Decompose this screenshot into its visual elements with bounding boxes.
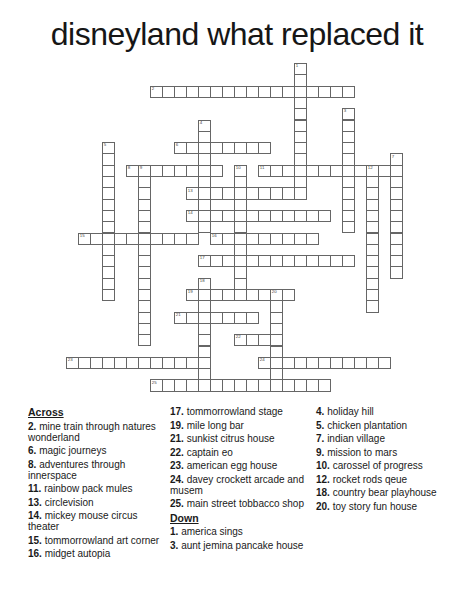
cell-number-14: 14 xyxy=(188,211,193,216)
clues-column-down: 4. holiday hill5. chicken plantation7. i… xyxy=(316,406,468,514)
cell-number-10: 10 xyxy=(236,166,241,171)
clue-16: 16. midget autopia xyxy=(28,548,164,559)
clue-number: 19. xyxy=(170,420,187,431)
clue-9: 9. mission to mars xyxy=(316,447,468,458)
grid-cell-c23-r17[interactable] xyxy=(342,255,355,267)
clue-21: 21. sunkist citrus house xyxy=(170,433,312,444)
clue-1: 1. america sings xyxy=(170,526,312,537)
cell-number-19: 19 xyxy=(188,290,193,295)
clue-19: 19. mile long bar xyxy=(170,420,312,431)
grid-cell-c26-r26[interactable] xyxy=(378,357,391,369)
grid-cell-c12-r9[interactable] xyxy=(210,165,223,177)
clue-number: 18. xyxy=(316,487,333,498)
clue-number: 24. xyxy=(170,474,187,485)
cell-number-16: 16 xyxy=(212,234,217,239)
clue-8: 8. adventures through innerspace xyxy=(28,459,164,481)
clue-5: 5. chicken plantation xyxy=(316,420,468,431)
crossword-page: disneyland what replaced it 123456789101… xyxy=(0,0,474,613)
grid-cell-c21-r13[interactable] xyxy=(318,210,331,222)
clue-number: 22. xyxy=(170,447,187,458)
clue-24: 24. davey crockett arcade and musem xyxy=(170,474,312,496)
cell-number-2: 2 xyxy=(152,87,154,92)
cell-number-5: 5 xyxy=(104,143,106,148)
clue-22: 22. captain eo xyxy=(170,447,312,458)
clue-number: 21. xyxy=(170,433,187,444)
cell-number-17: 17 xyxy=(200,256,205,261)
cell-number-3: 3 xyxy=(344,109,346,114)
clue-7: 7. indian village xyxy=(316,433,468,444)
clue-number: 1. xyxy=(170,526,181,537)
clue-15: 15. tommorrowland art corner xyxy=(28,535,164,546)
clue-number: 20. xyxy=(316,501,333,512)
cell-number-20: 20 xyxy=(272,290,277,295)
cell-number-7: 7 xyxy=(392,155,394,160)
cell-number-22: 22 xyxy=(236,335,241,340)
clue-14: 14. mickey mouse circus theater xyxy=(28,510,164,532)
clue-2: 2. mine train through natures wonderland xyxy=(28,421,164,443)
clue-number: 6. xyxy=(28,445,39,456)
cell-number-13: 13 xyxy=(188,189,193,194)
clues-header-across: Across xyxy=(28,406,164,418)
clue-11: 11. rainbow pack mules xyxy=(28,483,164,494)
clue-6: 6. magic journeys xyxy=(28,445,164,456)
grid-cell-c27-r18[interactable] xyxy=(390,266,403,278)
grid-cell-c6-r24[interactable] xyxy=(138,334,151,346)
clue-number: 10. xyxy=(316,460,333,471)
grid-cell-c18-r20[interactable] xyxy=(282,289,295,301)
clue-3: 3. aunt jemina pancake house xyxy=(170,540,312,551)
cell-number-12: 12 xyxy=(368,166,373,171)
clue-20: 20. toy story fun house xyxy=(316,501,468,512)
clue-number: 15. xyxy=(28,535,45,546)
grid-cell-c19-r11[interactable] xyxy=(294,187,307,199)
cell-number-1: 1 xyxy=(296,64,298,69)
grid-cell-c23-r14[interactable] xyxy=(342,221,355,233)
clue-number: 5. xyxy=(316,420,327,431)
clue-12: 12. rocket rods qeue xyxy=(316,474,468,485)
clue-23: 23. american egg house xyxy=(170,460,312,471)
clue-number: 4. xyxy=(316,406,327,417)
clue-number: 9. xyxy=(316,447,327,458)
grid-cell-c15-r22[interactable] xyxy=(246,312,259,324)
clue-number: 3. xyxy=(170,540,181,551)
cell-number-8: 8 xyxy=(128,166,130,171)
grid-cell-c10-r15[interactable] xyxy=(186,233,199,245)
clue-13: 13. circlevision xyxy=(28,497,164,508)
clue-number: 8. xyxy=(28,459,39,470)
clue-number: 16. xyxy=(28,548,45,559)
clue-25: 25. main street tobbacco shop xyxy=(170,498,312,509)
clue-number: 23. xyxy=(170,460,187,471)
grid-cell-c3-r20[interactable] xyxy=(102,289,115,301)
cell-number-24: 24 xyxy=(260,358,265,363)
cell-number-11: 11 xyxy=(260,166,265,171)
cell-number-15: 15 xyxy=(80,234,85,239)
cell-number-23: 23 xyxy=(68,358,73,363)
clue-number: 17. xyxy=(170,406,187,417)
grid-cell-c20-r15[interactable] xyxy=(306,233,319,245)
clue-number: 14. xyxy=(28,510,45,521)
clue-17: 17. tommorrowland stage xyxy=(170,406,312,417)
grid-cell-c23-r2[interactable] xyxy=(342,86,355,98)
clue-10: 10. carossel of progress xyxy=(316,460,468,471)
clue-number: 7. xyxy=(316,433,327,444)
clue-18: 18. country bear playhouse xyxy=(316,487,468,498)
cell-number-21: 21 xyxy=(176,313,181,318)
clue-4: 4. holiday hill xyxy=(316,406,468,417)
clues-header-down: Down xyxy=(170,512,312,524)
clues-column-middle: 17. tommorrowland stage19. mile long bar… xyxy=(170,406,312,553)
clue-number: 2. xyxy=(28,421,39,432)
page-title: disneyland what replaced it xyxy=(0,16,474,53)
cell-number-6: 6 xyxy=(176,143,178,148)
grid-cell-c25-r21[interactable] xyxy=(366,300,379,312)
cell-number-18: 18 xyxy=(200,279,205,284)
grid-cell-c21-r28[interactable] xyxy=(318,379,331,391)
cell-number-4: 4 xyxy=(200,121,202,126)
cell-number-25: 25 xyxy=(152,381,157,386)
grid-cell-c16-r7[interactable] xyxy=(258,142,271,154)
clue-number: 11. xyxy=(28,483,44,494)
clue-number: 12. xyxy=(316,474,333,485)
clue-number: 13. xyxy=(28,497,45,508)
cell-number-9: 9 xyxy=(140,166,142,171)
clue-number: 25. xyxy=(170,498,187,509)
clues-column-across: Across2. mine train through natures wond… xyxy=(28,406,164,562)
